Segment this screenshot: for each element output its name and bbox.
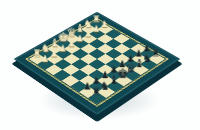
piece-white-pawn[interactable]: ♟	[37, 55, 53, 64]
square-h8[interactable]: ♜	[88, 92, 106, 104]
photo-background: ♜♞♝♛♚♝♞♜♟♟♟♟♟♟♟♟♟♟♟♟♟♟♟♟♜♞♝♛♚♝♞♜	[0, 0, 200, 130]
piece-black-rook[interactable]: ♜	[88, 87, 105, 98]
square-h2[interactable]: ♟	[37, 59, 54, 70]
